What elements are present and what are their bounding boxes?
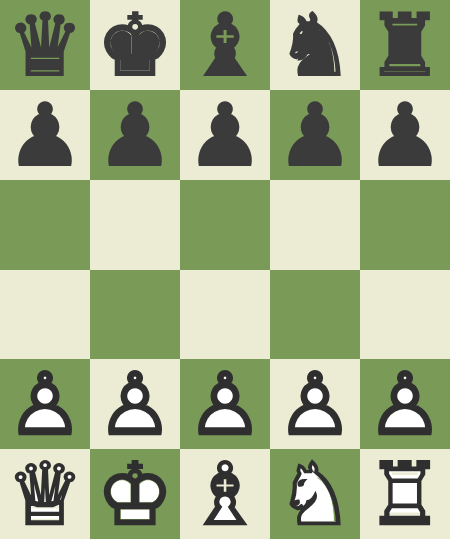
piece-glyph-fill: ♟ <box>0 359 90 449</box>
piece-glyph-outline: ♘ <box>270 449 360 539</box>
piece-glyph-fill: ♟ <box>90 90 180 180</box>
piece-glyph-fill: ♟ <box>180 90 270 180</box>
square-e5[interactable]: ♟ <box>360 90 450 180</box>
square-d2[interactable]: ♟♙ <box>270 359 360 449</box>
square-a3[interactable] <box>0 270 90 360</box>
piece-glyph-fill: ♛ <box>0 449 90 539</box>
piece-glyph-fill: ♛ <box>0 0 90 90</box>
piece-glyph-fill: ♜ <box>360 0 450 90</box>
square-b1[interactable]: ♚♔ <box>90 449 180 539</box>
piece-glyph-fill: ♟ <box>90 359 180 449</box>
black-pawn[interactable]: ♟ <box>180 90 270 180</box>
square-b6[interactable]: ♚ <box>90 0 180 90</box>
piece-glyph-outline: ♖ <box>360 449 450 539</box>
piece-glyph-fill: ♟ <box>360 90 450 180</box>
square-d4[interactable] <box>270 180 360 270</box>
square-c4[interactable] <box>180 180 270 270</box>
square-a5[interactable]: ♟ <box>0 90 90 180</box>
square-d5[interactable]: ♟ <box>270 90 360 180</box>
piece-glyph-fill: ♟ <box>270 90 360 180</box>
piece-glyph-outline: ♕ <box>0 449 90 539</box>
black-pawn[interactable]: ♟ <box>90 90 180 180</box>
black-pawn[interactable]: ♟ <box>0 90 90 180</box>
square-a4[interactable] <box>0 180 90 270</box>
square-d1[interactable]: ♞♘ <box>270 449 360 539</box>
white-pawn[interactable]: ♟♙ <box>360 359 450 449</box>
square-e4[interactable] <box>360 180 450 270</box>
square-e2[interactable]: ♟♙ <box>360 359 450 449</box>
white-pawn[interactable]: ♟♙ <box>90 359 180 449</box>
square-b3[interactable] <box>90 270 180 360</box>
piece-glyph-outline: ♙ <box>0 359 90 449</box>
white-pawn[interactable]: ♟♙ <box>270 359 360 449</box>
black-king[interactable]: ♚ <box>90 0 180 90</box>
square-a6[interactable]: ♛ <box>0 0 90 90</box>
white-rook[interactable]: ♜♖ <box>360 449 450 539</box>
piece-glyph-outline: ♙ <box>90 359 180 449</box>
piece-glyph-outline: ♗ <box>180 449 270 539</box>
piece-glyph-fill: ♚ <box>90 0 180 90</box>
square-e6[interactable]: ♜ <box>360 0 450 90</box>
square-e1[interactable]: ♜♖ <box>360 449 450 539</box>
piece-glyph-fill: ♞ <box>270 449 360 539</box>
white-pawn[interactable]: ♟♙ <box>180 359 270 449</box>
piece-glyph-fill: ♟ <box>270 359 360 449</box>
black-queen[interactable]: ♛ <box>0 0 90 90</box>
piece-glyph-fill: ♝ <box>180 449 270 539</box>
square-a2[interactable]: ♟♙ <box>0 359 90 449</box>
white-knight[interactable]: ♞♘ <box>270 449 360 539</box>
square-b2[interactable]: ♟♙ <box>90 359 180 449</box>
piece-glyph-fill: ♟ <box>0 90 90 180</box>
white-pawn[interactable]: ♟♙ <box>0 359 90 449</box>
black-rook[interactable]: ♜ <box>360 0 450 90</box>
piece-glyph-fill: ♟ <box>180 359 270 449</box>
piece-glyph-fill: ♜ <box>360 449 450 539</box>
square-a1[interactable]: ♛♕ <box>0 449 90 539</box>
square-c5[interactable]: ♟ <box>180 90 270 180</box>
piece-glyph-outline: ♙ <box>270 359 360 449</box>
chess-board: ♛♚♝♞♜♟♟♟♟♟♟♙♟♙♟♙♟♙♟♙♛♕♚♔♝♗♞♘♜♖ <box>0 0 450 539</box>
black-pawn[interactable]: ♟ <box>270 90 360 180</box>
square-d6[interactable]: ♞ <box>270 0 360 90</box>
piece-glyph-fill: ♚ <box>90 449 180 539</box>
piece-glyph-fill: ♝ <box>180 0 270 90</box>
square-c6[interactable]: ♝ <box>180 0 270 90</box>
white-bishop[interactable]: ♝♗ <box>180 449 270 539</box>
piece-glyph-outline: ♙ <box>360 359 450 449</box>
white-king[interactable]: ♚♔ <box>90 449 180 539</box>
black-knight[interactable]: ♞ <box>270 0 360 90</box>
piece-glyph-outline: ♙ <box>180 359 270 449</box>
black-pawn[interactable]: ♟ <box>360 90 450 180</box>
black-bishop[interactable]: ♝ <box>180 0 270 90</box>
square-b5[interactable]: ♟ <box>90 90 180 180</box>
white-queen[interactable]: ♛♕ <box>0 449 90 539</box>
piece-glyph-fill: ♟ <box>360 359 450 449</box>
square-c3[interactable] <box>180 270 270 360</box>
square-e3[interactable] <box>360 270 450 360</box>
square-b4[interactable] <box>90 180 180 270</box>
square-d3[interactable] <box>270 270 360 360</box>
piece-glyph-fill: ♞ <box>270 0 360 90</box>
square-c2[interactable]: ♟♙ <box>180 359 270 449</box>
piece-glyph-outline: ♔ <box>90 449 180 539</box>
square-c1[interactable]: ♝♗ <box>180 449 270 539</box>
